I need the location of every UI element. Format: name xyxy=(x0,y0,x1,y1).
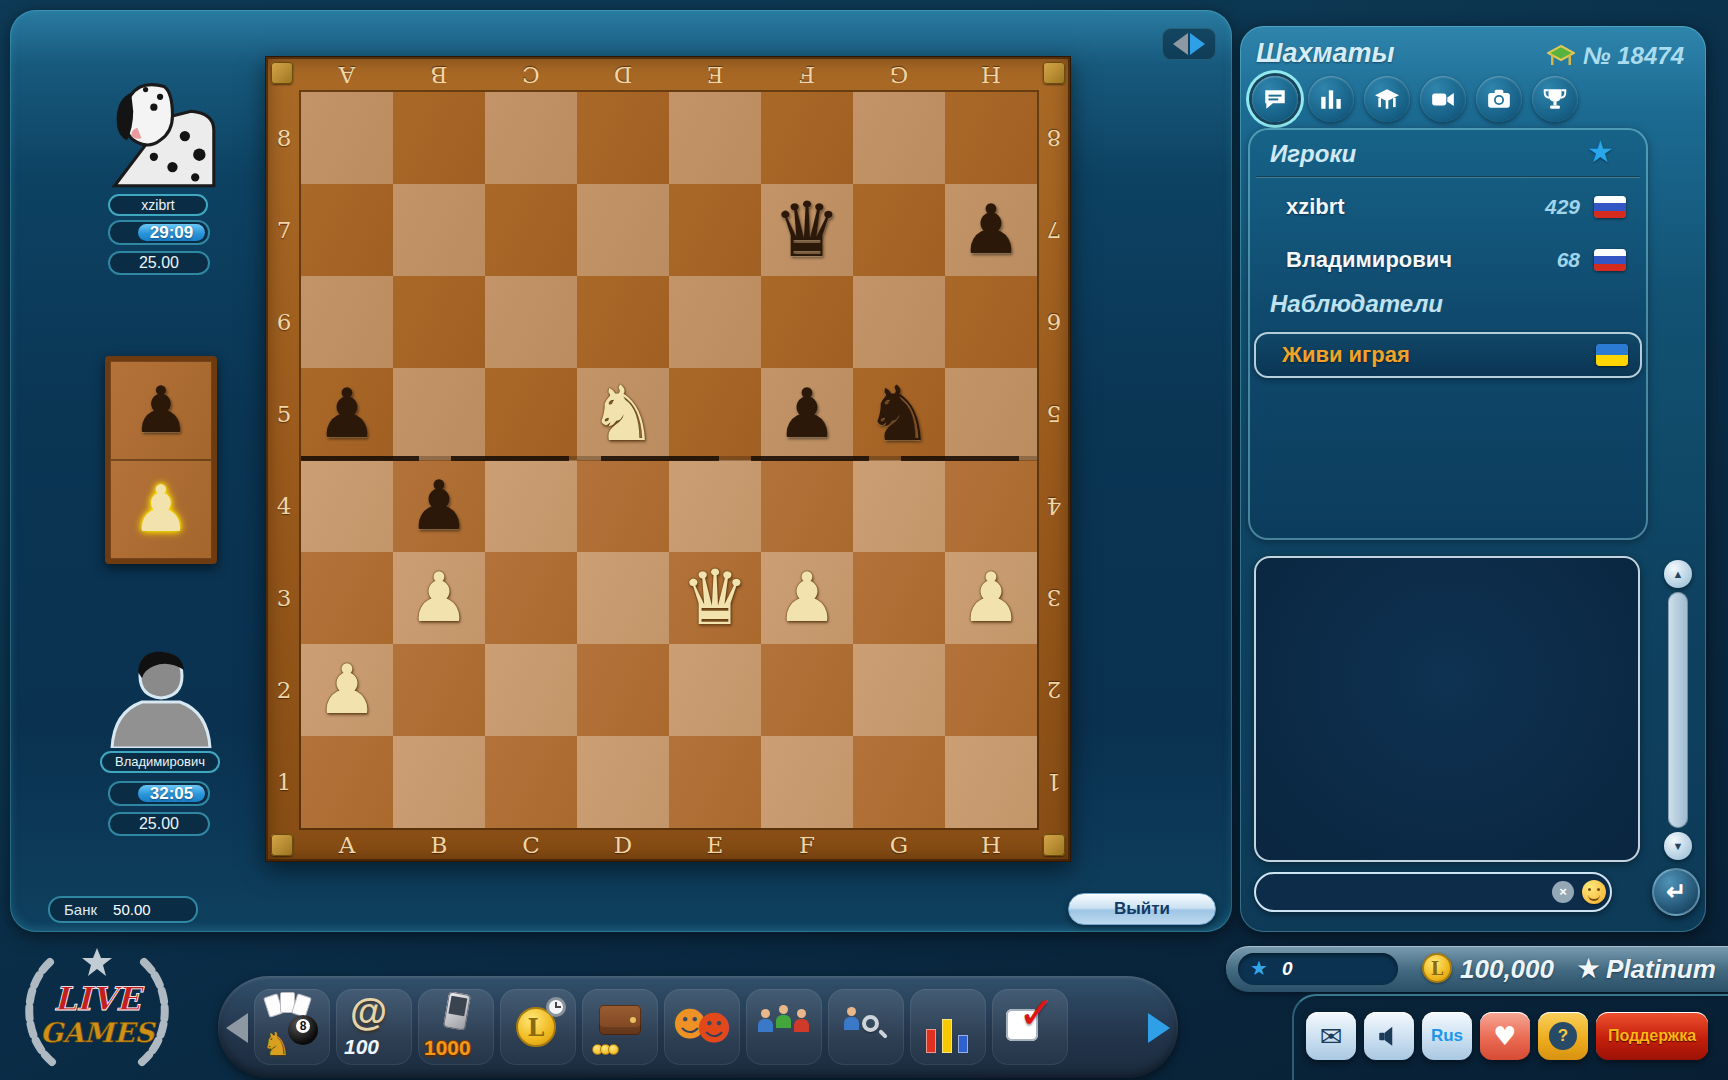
rank-label-right-8: 8 xyxy=(1040,92,1068,184)
player-rating: 429 xyxy=(1545,195,1580,219)
square-h8[interactable] xyxy=(945,92,1037,184)
square-d3[interactable] xyxy=(577,552,669,644)
square-a2[interactable]: ♟ xyxy=(301,644,393,736)
stars-balance: ★ 0 xyxy=(1238,953,1398,985)
rank-label-right-4: 4 xyxy=(1040,460,1068,552)
bottom-toolbar: ♞@1001000L☻☻✓ xyxy=(218,976,1178,1078)
square-g2[interactable] xyxy=(853,644,945,736)
sidebar-title: Шахматы xyxy=(1256,38,1395,69)
file-label-bottom-G: G xyxy=(853,831,945,859)
mail-button[interactable]: ✉ xyxy=(1306,1012,1356,1060)
square-b3[interactable]: ♟ xyxy=(393,552,485,644)
black-queen: ♛ xyxy=(761,184,853,276)
white-queen: ♛ xyxy=(669,552,761,644)
rank-label-right-7: 7 xyxy=(1040,184,1068,276)
square-e5[interactable] xyxy=(669,368,761,460)
square-a4[interactable] xyxy=(301,460,393,552)
rank-label-left-7: 7 xyxy=(270,184,298,276)
board-corner-bracket xyxy=(1043,834,1065,856)
support-button[interactable]: Поддержка xyxy=(1596,1012,1708,1060)
black-pawn: ♟ xyxy=(761,368,853,460)
toolbar-statistics-icon[interactable] xyxy=(910,989,986,1065)
square-b5[interactable] xyxy=(393,368,485,460)
square-h4[interactable] xyxy=(945,460,1037,552)
square-b1[interactable] xyxy=(393,736,485,828)
black-knight: ♞ xyxy=(853,368,945,460)
square-d6[interactable] xyxy=(577,276,669,368)
observer-row[interactable]: Живи играя xyxy=(1254,332,1642,378)
exit-button[interactable]: Выйти xyxy=(1068,893,1216,925)
language-label: Rus xyxy=(1431,1026,1463,1046)
square-a1[interactable] xyxy=(301,736,393,828)
file-label-bottom-F: F xyxy=(761,831,853,859)
chat-messages-area[interactable] xyxy=(1254,556,1640,862)
players-list-row[interactable]: Владимирович68 xyxy=(1258,237,1638,283)
white-pawn: ♟ xyxy=(761,552,853,644)
rank-label-right-1: 1 xyxy=(1040,736,1068,828)
file-label-bottom-A: A xyxy=(301,831,393,859)
toolbar-vote-icon[interactable]: ✓ xyxy=(992,989,1068,1065)
square-g8[interactable] xyxy=(853,92,945,184)
svg-text:LIVE: LIVE xyxy=(54,980,145,1018)
tier-label: Platinum xyxy=(1606,954,1716,985)
toolbar-scroll-left[interactable] xyxy=(226,1013,248,1043)
divider xyxy=(1256,176,1640,178)
player-bottom-name: Владимирович xyxy=(100,751,220,773)
language-button[interactable]: Rus xyxy=(1422,1012,1472,1060)
square-f7[interactable]: ♛ xyxy=(761,184,853,276)
square-e3[interactable]: ♛ xyxy=(669,552,761,644)
black-pawn: ♟ xyxy=(393,460,485,552)
square-a3[interactable] xyxy=(301,552,393,644)
player-top-clock: 29:09 xyxy=(108,220,210,245)
speaker-icon xyxy=(1376,1023,1402,1049)
support-label: Поддержка xyxy=(1608,1027,1696,1045)
tab-table-icon[interactable] xyxy=(1364,76,1410,122)
square-c1[interactable] xyxy=(485,736,577,828)
tray-black-pawn: ♟ xyxy=(110,361,212,460)
rank-label-left-3: 3 xyxy=(270,552,298,644)
square-h7[interactable]: ♟ xyxy=(945,184,1037,276)
file-label-bottom-H: H xyxy=(945,831,1037,859)
file-label-top-E: E xyxy=(669,61,761,89)
tab-chat-icon[interactable] xyxy=(1252,76,1298,122)
square-f2[interactable] xyxy=(761,644,853,736)
square-e1[interactable] xyxy=(669,736,761,828)
file-label-bottom-D: D xyxy=(577,831,669,859)
game-panel: xzibrt 29:09 25.00 ♟♟ Владимирович 32:05… xyxy=(10,10,1232,932)
player-top-stake: 25.00 xyxy=(108,251,210,275)
toolbar-wallet-icon[interactable] xyxy=(582,989,658,1065)
square-c7[interactable] xyxy=(485,184,577,276)
flag-ua xyxy=(1596,344,1628,366)
tab-snapshot-icon[interactable] xyxy=(1476,76,1522,122)
file-label-top-D: D xyxy=(577,61,669,89)
clear-input-icon[interactable]: × xyxy=(1552,881,1574,903)
square-a6[interactable] xyxy=(301,276,393,368)
toolbar-find-player-icon[interactable] xyxy=(828,989,904,1065)
square-b2[interactable] xyxy=(393,644,485,736)
table-number: № 18474 xyxy=(1547,42,1684,70)
square-h6[interactable] xyxy=(945,276,1037,368)
bank-display: Банк 50.00 xyxy=(48,896,198,923)
sidebar: Шахматы № 18474 Игроки ★ xzibrt429Владим… xyxy=(1240,26,1706,932)
tab-stats-icon[interactable] xyxy=(1308,76,1354,122)
white-knight: ♞ xyxy=(577,368,669,460)
square-f3[interactable]: ♟ xyxy=(761,552,853,644)
scrollbar-thumb[interactable] xyxy=(1668,592,1688,828)
board-corner-bracket xyxy=(271,62,293,84)
app-window: xzibrt 29:09 25.00 ♟♟ Владимирович 32:05… xyxy=(0,0,1728,1080)
player-bottom-avatar-silhouette xyxy=(102,646,220,748)
coins-balance: 100,000 xyxy=(1460,954,1554,985)
chess-board: ♛♟♟♞♟♞♟♟♛♟♟♟ AABBCCDDEEFFGGHH88776655443… xyxy=(265,56,1071,862)
square-g5[interactable]: ♞ xyxy=(853,368,945,460)
coin-icon: L xyxy=(1422,953,1452,983)
square-b8[interactable] xyxy=(393,92,485,184)
file-label-bottom-E: E xyxy=(669,831,761,859)
file-label-top-G: G xyxy=(853,61,945,89)
send-message-button[interactable]: ↵ xyxy=(1652,868,1700,916)
square-e6[interactable] xyxy=(669,276,761,368)
heart-icon: ♥ xyxy=(1493,1021,1516,1051)
square-c3[interactable] xyxy=(485,552,577,644)
toolbar-scroll-right[interactable] xyxy=(1148,1013,1170,1043)
white-pawn: ♟ xyxy=(393,552,485,644)
black-pawn-icon: ♟ xyxy=(110,361,212,460)
square-c6[interactable] xyxy=(485,276,577,368)
rank-label-left-5: 5 xyxy=(270,368,298,460)
chevron-left-icon xyxy=(1173,33,1188,55)
file-label-bottom-B: B xyxy=(393,831,485,859)
tab-tournament-icon[interactable] xyxy=(1532,76,1578,122)
star-icon: ★ xyxy=(1250,956,1268,980)
players-list-row[interactable]: xzibrt429 xyxy=(1258,184,1638,230)
square-b7[interactable] xyxy=(393,184,485,276)
sidebar-collapse-handle[interactable] xyxy=(1162,28,1216,60)
toolbar-people-icon[interactable] xyxy=(746,989,822,1065)
mail-icon: ✉ xyxy=(1320,1021,1343,1052)
black-pawn: ♟ xyxy=(945,184,1037,276)
file-label-top-B: B xyxy=(393,61,485,89)
flag-ru xyxy=(1594,249,1626,271)
square-a8[interactable] xyxy=(301,92,393,184)
square-d8[interactable] xyxy=(577,92,669,184)
square-c8[interactable] xyxy=(485,92,577,184)
favorites-button[interactable]: ♥ xyxy=(1480,1012,1530,1060)
tray-white-pawn: ♟ xyxy=(110,460,212,559)
square-g1[interactable] xyxy=(853,736,945,828)
square-d5[interactable]: ♞ xyxy=(577,368,669,460)
square-e2[interactable] xyxy=(669,644,761,736)
observer-name: Живи играя xyxy=(1282,342,1410,368)
tier-star-icon: ★ xyxy=(1576,952,1601,985)
file-label-top-A: A xyxy=(301,61,393,89)
board-corner-bracket xyxy=(1043,62,1065,84)
square-e4[interactable] xyxy=(669,460,761,552)
livegames-logo: LIVE GAMES xyxy=(12,944,182,1076)
rank-label-right-2: 2 xyxy=(1040,644,1068,736)
svg-text:GAMES: GAMES xyxy=(40,1017,156,1048)
white-pawn: ♟ xyxy=(945,552,1037,644)
toolbar-games-icon[interactable]: ♞ xyxy=(254,989,330,1065)
player-top-avatar-dalmatian xyxy=(96,76,220,190)
white-pawn: ♟ xyxy=(301,644,393,736)
help-button[interactable]: ? xyxy=(1538,1012,1588,1060)
tab-video-icon[interactable] xyxy=(1420,76,1466,122)
file-label-top-C: C xyxy=(485,61,577,89)
square-h2[interactable] xyxy=(945,644,1037,736)
player-bottom-stake: 25.00 xyxy=(108,812,210,836)
square-f8[interactable] xyxy=(761,92,853,184)
emoji-icon[interactable] xyxy=(1582,880,1606,904)
table-icon xyxy=(1547,45,1575,67)
favorite-star-icon[interactable]: ★ xyxy=(1587,134,1614,169)
file-label-top-F: F xyxy=(761,61,853,89)
square-a5[interactable]: ♟ xyxy=(301,368,393,460)
account-bar: ★ 0 L 100,000 ★ Platinum xyxy=(1226,946,1728,992)
square-b4[interactable]: ♟ xyxy=(393,460,485,552)
rank-label-right-5: 5 xyxy=(1040,368,1068,460)
square-a7[interactable] xyxy=(301,184,393,276)
toolbar-phone-1000-icon[interactable]: 1000 xyxy=(418,989,494,1065)
sound-button[interactable] xyxy=(1364,1012,1414,1060)
toolbar-at-100-icon[interactable]: @100 xyxy=(336,989,412,1065)
square-d4[interactable] xyxy=(577,460,669,552)
bank-value: 50.00 xyxy=(113,901,151,918)
player-name: xzibrt xyxy=(1286,194,1345,220)
scroll-down-button[interactable]: ▼ xyxy=(1664,832,1692,860)
rank-label-right-3: 3 xyxy=(1040,552,1068,644)
player-name: Владимирович xyxy=(1286,247,1452,273)
players-panel: Игроки ★ xzibrt429Владимирович68 Наблюда… xyxy=(1248,128,1648,540)
square-f5[interactable]: ♟ xyxy=(761,368,853,460)
file-label-bottom-C: C xyxy=(485,831,577,859)
square-f6[interactable] xyxy=(761,276,853,368)
white-pawn-icon: ♟ xyxy=(110,460,212,559)
square-g7[interactable] xyxy=(853,184,945,276)
square-d7[interactable] xyxy=(577,184,669,276)
player-bottom-clock: 32:05 xyxy=(108,781,210,806)
square-d2[interactable] xyxy=(577,644,669,736)
rank-label-left-1: 1 xyxy=(270,736,298,828)
square-g4[interactable] xyxy=(853,460,945,552)
bank-label: Банк xyxy=(64,901,97,918)
rank-label-left-8: 8 xyxy=(270,92,298,184)
player-rating: 68 xyxy=(1557,248,1580,272)
flag-ru xyxy=(1594,196,1626,218)
black-pawn: ♟ xyxy=(301,368,393,460)
square-d1[interactable] xyxy=(577,736,669,828)
square-e8[interactable] xyxy=(669,92,761,184)
square-e7[interactable] xyxy=(669,184,761,276)
scroll-up-button[interactable]: ▲ xyxy=(1664,560,1692,588)
square-f4[interactable] xyxy=(761,460,853,552)
board-fold-line xyxy=(301,456,1037,461)
observers-header: Наблюдатели xyxy=(1270,290,1443,318)
square-h1[interactable] xyxy=(945,736,1037,828)
rank-label-right-6: 6 xyxy=(1040,276,1068,368)
players-header: Игроки xyxy=(1270,140,1356,168)
toolbar-coin-clock-icon[interactable]: L xyxy=(500,989,576,1065)
square-c5[interactable] xyxy=(485,368,577,460)
square-b6[interactable] xyxy=(393,276,485,368)
square-c4[interactable] xyxy=(485,460,577,552)
rank-label-left-6: 6 xyxy=(270,276,298,368)
rank-label-left-2: 2 xyxy=(270,644,298,736)
square-c2[interactable] xyxy=(485,644,577,736)
square-f1[interactable] xyxy=(761,736,853,828)
question-icon: ? xyxy=(1549,1022,1577,1050)
file-label-top-H: H xyxy=(945,61,1037,89)
toolbar-smileys-icon[interactable]: ☻☻ xyxy=(664,989,740,1065)
square-h5[interactable] xyxy=(945,368,1037,460)
chevron-right-icon xyxy=(1190,33,1205,55)
board-corner-bracket xyxy=(271,834,293,856)
square-g6[interactable] xyxy=(853,276,945,368)
turn-indicator-tray: ♟♟ xyxy=(105,356,217,564)
square-g3[interactable] xyxy=(853,552,945,644)
square-h3[interactable]: ♟ xyxy=(945,552,1037,644)
rank-label-left-4: 4 xyxy=(270,460,298,552)
player-top-name: xzibrt xyxy=(108,194,208,216)
